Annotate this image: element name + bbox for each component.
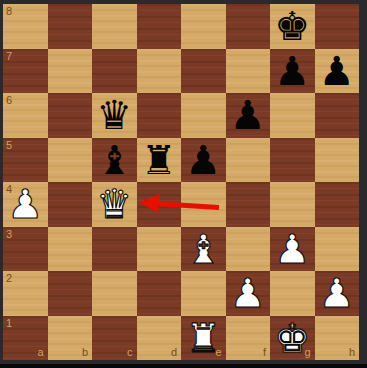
square-d4[interactable] <box>137 182 182 227</box>
square-c3[interactable] <box>92 227 137 272</box>
square-h3[interactable] <box>315 227 360 272</box>
chess-app-window: 8♚7♟♟6♛♟5♝♜♟4♟♛3♝♟2♟♟1abcde♜fg♚h <box>0 0 367 368</box>
square-f6[interactable]: ♟ <box>226 93 271 138</box>
rank-label-6: 6 <box>6 95 12 106</box>
piece-white-pawn-h2[interactable]: ♟ <box>315 271 360 316</box>
square-b1[interactable]: b <box>48 316 93 361</box>
rank-label-7: 7 <box>6 51 12 62</box>
rank-label-1: 1 <box>6 318 12 329</box>
square-f5[interactable] <box>226 138 271 183</box>
square-a2[interactable]: 2 <box>3 271 48 316</box>
square-g6[interactable] <box>270 93 315 138</box>
square-d3[interactable] <box>137 227 182 272</box>
piece-white-pawn-g3[interactable]: ♟ <box>270 227 315 272</box>
square-h5[interactable] <box>315 138 360 183</box>
square-a6[interactable]: 6 <box>3 93 48 138</box>
square-h8[interactable] <box>315 4 360 49</box>
file-label-a: a <box>37 347 43 358</box>
square-c2[interactable] <box>92 271 137 316</box>
square-d1[interactable]: d <box>137 316 182 361</box>
piece-white-pawn-f2[interactable]: ♟ <box>226 271 271 316</box>
piece-black-bishop-c5[interactable]: ♝ <box>92 138 137 183</box>
chess-board: 8♚7♟♟6♛♟5♝♜♟4♟♛3♝♟2♟♟1abcde♜fg♚h <box>3 4 359 360</box>
file-label-f: f <box>263 347 266 358</box>
piece-black-king-g8[interactable]: ♚ <box>270 4 315 49</box>
square-c6[interactable]: ♛ <box>92 93 137 138</box>
square-e4[interactable] <box>181 182 226 227</box>
square-e8[interactable] <box>181 4 226 49</box>
piece-black-queen-c6[interactable]: ♛ <box>92 93 137 138</box>
square-e7[interactable] <box>181 49 226 94</box>
square-b6[interactable] <box>48 93 93 138</box>
square-d6[interactable] <box>137 93 182 138</box>
piece-white-rook-e1[interactable]: ♜ <box>181 316 226 361</box>
square-e6[interactable] <box>181 93 226 138</box>
square-a1[interactable]: 1a <box>3 316 48 361</box>
square-g4[interactable] <box>270 182 315 227</box>
square-e2[interactable] <box>181 271 226 316</box>
rank-label-8: 8 <box>6 6 12 17</box>
square-b2[interactable] <box>48 271 93 316</box>
square-a3[interactable]: 3 <box>3 227 48 272</box>
square-h4[interactable] <box>315 182 360 227</box>
square-b4[interactable] <box>48 182 93 227</box>
file-label-h: h <box>349 347 355 358</box>
square-b5[interactable] <box>48 138 93 183</box>
square-h1[interactable]: h <box>315 316 360 361</box>
piece-white-bishop-e3[interactable]: ♝ <box>181 227 226 272</box>
piece-black-pawn-g7[interactable]: ♟ <box>270 49 315 94</box>
square-f3[interactable] <box>226 227 271 272</box>
piece-black-pawn-e5[interactable]: ♟ <box>181 138 226 183</box>
square-c5[interactable]: ♝ <box>92 138 137 183</box>
rank-label-3: 3 <box>6 229 12 240</box>
piece-white-pawn-a4[interactable]: ♟ <box>3 182 48 227</box>
square-g2[interactable] <box>270 271 315 316</box>
square-g3[interactable]: ♟ <box>270 227 315 272</box>
file-label-d: d <box>171 347 177 358</box>
square-d7[interactable] <box>137 49 182 94</box>
square-f1[interactable]: f <box>226 316 271 361</box>
square-a4[interactable]: 4♟ <box>3 182 48 227</box>
square-f4[interactable] <box>226 182 271 227</box>
window-bottom-edge <box>0 364 367 368</box>
square-f2[interactable]: ♟ <box>226 271 271 316</box>
square-f7[interactable] <box>226 49 271 94</box>
square-h7[interactable]: ♟ <box>315 49 360 94</box>
square-f8[interactable] <box>226 4 271 49</box>
square-d8[interactable] <box>137 4 182 49</box>
rank-label-2: 2 <box>6 273 12 284</box>
square-b8[interactable] <box>48 4 93 49</box>
piece-white-queen-c4[interactable]: ♛ <box>92 182 137 227</box>
square-h6[interactable] <box>315 93 360 138</box>
square-e1[interactable]: e♜ <box>181 316 226 361</box>
square-h2[interactable]: ♟ <box>315 271 360 316</box>
square-a5[interactable]: 5 <box>3 138 48 183</box>
square-b3[interactable] <box>48 227 93 272</box>
piece-white-king-g1[interactable]: ♚ <box>270 316 315 361</box>
square-a7[interactable]: 7 <box>3 49 48 94</box>
square-g1[interactable]: g♚ <box>270 316 315 361</box>
square-c7[interactable] <box>92 49 137 94</box>
piece-black-pawn-f6[interactable]: ♟ <box>226 93 271 138</box>
piece-black-pawn-h7[interactable]: ♟ <box>315 49 360 94</box>
square-g5[interactable] <box>270 138 315 183</box>
square-e3[interactable]: ♝ <box>181 227 226 272</box>
square-c8[interactable] <box>92 4 137 49</box>
square-d5[interactable]: ♜ <box>137 138 182 183</box>
square-d2[interactable] <box>137 271 182 316</box>
file-label-c: c <box>127 347 133 358</box>
file-label-b: b <box>82 347 88 358</box>
square-g8[interactable]: ♚ <box>270 4 315 49</box>
square-g7[interactable]: ♟ <box>270 49 315 94</box>
square-c1[interactable]: c <box>92 316 137 361</box>
square-c4[interactable]: ♛ <box>92 182 137 227</box>
rank-label-5: 5 <box>6 140 12 151</box>
piece-black-rook-d5[interactable]: ♜ <box>137 138 182 183</box>
square-b7[interactable] <box>48 49 93 94</box>
square-a8[interactable]: 8 <box>3 4 48 49</box>
square-e5[interactable]: ♟ <box>181 138 226 183</box>
